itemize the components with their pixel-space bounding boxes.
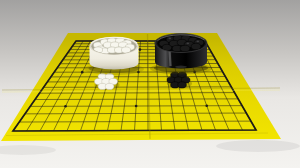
cluster-stone (178, 82, 187, 88)
black-stone (180, 45, 190, 51)
black-bowl-base-reflection (175, 66, 187, 69)
stone-glint (197, 41, 200, 43)
stone-glint (169, 38, 172, 40)
white-stones-bowl[interactable] (84, 37, 144, 75)
photo-scene (0, 0, 300, 168)
stone-glint (187, 43, 190, 45)
star-point (205, 104, 208, 107)
floor-shadow-right (216, 140, 300, 152)
star-point (81, 71, 84, 74)
cluster-stone (105, 83, 114, 89)
star-point (64, 105, 67, 108)
black-stones-bowl[interactable] (150, 34, 212, 75)
star-point (135, 105, 138, 108)
star-point (139, 48, 142, 51)
